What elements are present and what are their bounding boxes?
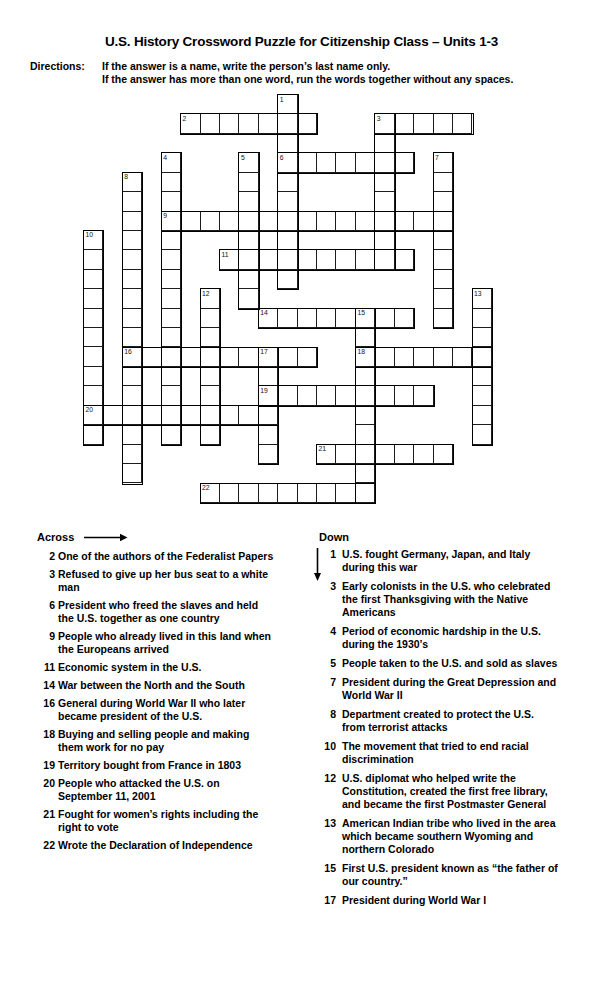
grid-cell-r11c18[interactable] bbox=[434, 309, 453, 328]
clue-number: 8 bbox=[312, 708, 336, 734]
grid-cell-r16c6[interactable] bbox=[201, 406, 220, 425]
grid-cell-r3c8[interactable]: 5 bbox=[239, 153, 258, 172]
grid-cell-r17c0[interactable] bbox=[84, 425, 103, 444]
clue-text: People taken to the U.S. and sold as sla… bbox=[342, 657, 594, 670]
grid-blank bbox=[453, 95, 472, 114]
grid-cell-r17c9[interactable] bbox=[259, 425, 278, 444]
grid-cell-r13c0[interactable] bbox=[84, 347, 103, 366]
clue-number: 3 bbox=[33, 568, 55, 594]
grid-blank bbox=[123, 114, 142, 133]
grid-cell-r10c20[interactable]: 13 bbox=[472, 289, 491, 308]
grid-cell-r15c16[interactable] bbox=[395, 386, 414, 405]
grid-cell-r11c12[interactable] bbox=[317, 309, 336, 328]
grid-cell-r7c2[interactable] bbox=[123, 231, 142, 250]
grid-cell-r3c13[interactable] bbox=[336, 153, 355, 172]
grid-blank bbox=[181, 289, 200, 308]
grid-blank bbox=[336, 367, 355, 386]
grid-cell-r16c14[interactable] bbox=[356, 406, 375, 425]
grid-cell-r17c20[interactable] bbox=[472, 425, 491, 444]
grid-cell-r11c20[interactable] bbox=[472, 309, 491, 328]
grid-cell-r11c16[interactable] bbox=[395, 309, 414, 328]
grid-cell-r14c0[interactable] bbox=[84, 367, 103, 386]
grid-cell-r1c8[interactable] bbox=[239, 114, 258, 133]
grid-blank bbox=[84, 192, 103, 211]
grid-blank bbox=[298, 192, 317, 211]
grid-blank bbox=[336, 231, 355, 250]
grid-cell-r18c18[interactable] bbox=[434, 445, 453, 464]
grid-cell-r13c7[interactable] bbox=[220, 347, 239, 366]
grid-blank bbox=[336, 95, 355, 114]
grid-cell-r8c11[interactable] bbox=[298, 250, 317, 269]
grid-cell-r13c9[interactable]: 17 bbox=[259, 347, 278, 366]
grid-blank bbox=[336, 134, 355, 153]
grid-cell-r1c5[interactable]: 2 bbox=[181, 114, 200, 133]
grid-cell-r5c8[interactable] bbox=[239, 192, 258, 211]
grid-cell-r10c6[interactable]: 12 bbox=[201, 289, 220, 308]
grid-cell-r13c3[interactable] bbox=[142, 347, 161, 366]
grid-cell-r6c14[interactable] bbox=[356, 212, 375, 231]
grid-blank bbox=[278, 445, 297, 464]
clue-text: First U.S. president known as “the fathe… bbox=[342, 862, 594, 888]
grid-cell-r5c4[interactable] bbox=[162, 192, 181, 211]
grid-cell-r15c17[interactable] bbox=[414, 386, 433, 405]
grid-blank bbox=[142, 192, 161, 211]
grid-cell-r17c4[interactable] bbox=[162, 425, 181, 444]
grid-blank bbox=[162, 114, 181, 133]
grid-cell-r9c10[interactable] bbox=[278, 270, 297, 289]
grid-blank bbox=[453, 192, 472, 211]
grid-cell-r7c8[interactable] bbox=[239, 231, 258, 250]
grid-cell-r16c3[interactable] bbox=[142, 406, 161, 425]
grid-cell-r3c4[interactable]: 4 bbox=[162, 153, 181, 172]
grid-blank bbox=[162, 445, 181, 464]
cell-number: 14 bbox=[260, 309, 268, 317]
grid-cell-r11c11[interactable] bbox=[298, 309, 317, 328]
grid-blank bbox=[84, 173, 103, 192]
grid-cell-r13c16[interactable] bbox=[395, 347, 414, 366]
grid-blank bbox=[356, 95, 375, 114]
grid-cell-r11c13[interactable] bbox=[336, 309, 355, 328]
down-clue-1: 1U.S. fought Germany, Japan, and Italy d… bbox=[312, 548, 600, 574]
grid-cell-r14c2[interactable] bbox=[123, 367, 142, 386]
grid-cell-r5c2[interactable] bbox=[123, 192, 142, 211]
grid-cell-r15c4[interactable] bbox=[162, 386, 181, 405]
grid-cell-r20c11[interactable] bbox=[298, 483, 317, 502]
grid-cell-r1c9[interactable] bbox=[259, 114, 278, 133]
grid-cell-r14c9[interactable] bbox=[259, 367, 278, 386]
grid-cell-r13c6[interactable] bbox=[201, 347, 220, 366]
grid-blank bbox=[103, 212, 122, 231]
grid-blank bbox=[278, 328, 297, 347]
across-clue-3: 3Refused to give up her bus seat to a wh… bbox=[33, 568, 301, 594]
grid-blank bbox=[201, 250, 220, 269]
grid-cell-r13c14[interactable]: 18 bbox=[356, 347, 375, 366]
grid-cell-r6c15[interactable] bbox=[375, 212, 394, 231]
grid-blank bbox=[453, 173, 472, 192]
grid-cell-r6c16[interactable] bbox=[395, 212, 414, 231]
grid-blank bbox=[181, 270, 200, 289]
grid-cell-r17c14[interactable] bbox=[356, 425, 375, 444]
grid-cell-r0c10[interactable]: 1 bbox=[278, 95, 297, 114]
grid-blank bbox=[103, 367, 122, 386]
grid-cell-r1c7[interactable] bbox=[220, 114, 239, 133]
grid-blank bbox=[434, 425, 453, 444]
grid-blank bbox=[356, 270, 375, 289]
grid-cell-r9c2[interactable] bbox=[123, 270, 142, 289]
grid-cell-r1c11[interactable] bbox=[298, 114, 317, 133]
grid-blank bbox=[317, 192, 336, 211]
grid-cell-r10c8[interactable] bbox=[239, 289, 258, 308]
grid-cell-r3c10[interactable]: 6 bbox=[278, 153, 297, 172]
grid-cell-r20c9[interactable] bbox=[259, 483, 278, 502]
clue-number: 13 bbox=[312, 817, 336, 856]
grid-blank bbox=[220, 153, 239, 172]
grid-cell-r16c8[interactable] bbox=[239, 406, 258, 425]
grid-cell-r10c18[interactable] bbox=[434, 289, 453, 308]
grid-cell-r15c6[interactable] bbox=[201, 386, 220, 405]
grid-cell-r4c10[interactable] bbox=[278, 173, 297, 192]
grid-blank bbox=[142, 231, 161, 250]
grid-cell-r8c4[interactable] bbox=[162, 250, 181, 269]
grid-cell-r4c8[interactable] bbox=[239, 173, 258, 192]
clue-text: Buying and selling people and making the… bbox=[58, 728, 286, 754]
across-clue-19: 19Territory bought from France in 1803 bbox=[33, 759, 301, 772]
grid-cell-r20c14[interactable] bbox=[356, 483, 375, 502]
grid-cell-r15c9[interactable]: 19 bbox=[259, 386, 278, 405]
grid-blank bbox=[298, 289, 317, 308]
grid-blank bbox=[434, 386, 453, 405]
grid-cell-r20c13[interactable] bbox=[336, 483, 355, 502]
grid-cell-r4c2[interactable]: 8 bbox=[123, 173, 142, 192]
grid-blank bbox=[201, 464, 220, 483]
grid-blank bbox=[414, 153, 433, 172]
grid-cell-r1c16[interactable] bbox=[395, 114, 414, 133]
grid-cell-r13c4[interactable] bbox=[162, 347, 181, 366]
grid-cell-r10c4[interactable] bbox=[162, 289, 181, 308]
grid-cell-r18c14[interactable] bbox=[356, 445, 375, 464]
cell-number: 3 bbox=[377, 115, 381, 123]
grid-blank bbox=[453, 309, 472, 328]
grid-blank bbox=[356, 231, 375, 250]
down-label: Down bbox=[319, 531, 349, 544]
grid-cell-r8c16[interactable] bbox=[395, 250, 414, 269]
grid-blank bbox=[181, 173, 200, 192]
grid-cell-r9c18[interactable] bbox=[434, 270, 453, 289]
grid-cell-r8c10[interactable] bbox=[278, 250, 297, 269]
grid-cell-r16c20[interactable] bbox=[472, 406, 491, 425]
grid-cell-r20c10[interactable] bbox=[278, 483, 297, 502]
grid-cell-r11c10[interactable] bbox=[278, 309, 297, 328]
grid-cell-r3c12[interactable] bbox=[317, 153, 336, 172]
grid-cell-r18c15[interactable] bbox=[375, 445, 394, 464]
grid-blank bbox=[298, 367, 317, 386]
grid-cell-r11c9[interactable]: 14 bbox=[259, 309, 278, 328]
clue-text: President during the Great Depression an… bbox=[342, 676, 594, 702]
grid-cell-r19c14[interactable] bbox=[356, 464, 375, 483]
grid-cell-r18c9[interactable] bbox=[259, 445, 278, 464]
grid-cell-r16c1[interactable] bbox=[103, 406, 122, 425]
across-clues-section: Across 2One of the authors of the Federa… bbox=[33, 531, 301, 857]
cell-number: 8 bbox=[124, 173, 128, 181]
grid-blank bbox=[239, 425, 258, 444]
grid-blank bbox=[317, 134, 336, 153]
grid-cell-r8c9[interactable] bbox=[259, 250, 278, 269]
grid-cell-r14c4[interactable] bbox=[162, 367, 181, 386]
down-clue-3: 3Early colonists in the U.S. who celebra… bbox=[312, 580, 600, 619]
clue-number: 9 bbox=[33, 630, 55, 656]
grid-cell-r13c19[interactable] bbox=[453, 347, 472, 366]
down-clue-4: 4Period of economic hardship in the U.S.… bbox=[312, 625, 600, 651]
clue-number: 6 bbox=[33, 599, 55, 625]
grid-blank bbox=[298, 134, 317, 153]
grid-cell-r6c10[interactable] bbox=[278, 212, 297, 231]
grid-cell-r17c2[interactable] bbox=[123, 425, 142, 444]
clue-number: 16 bbox=[33, 697, 55, 723]
cell-number: 12 bbox=[202, 290, 210, 298]
grid-blank bbox=[395, 134, 414, 153]
grid-blank bbox=[453, 406, 472, 425]
cell-number: 19 bbox=[260, 387, 268, 395]
grid-cell-r13c18[interactable] bbox=[434, 347, 453, 366]
cell-number: 13 bbox=[474, 290, 482, 298]
grid-cell-r14c14[interactable] bbox=[356, 367, 375, 386]
grid-cell-r1c18[interactable] bbox=[434, 114, 453, 133]
grid-cell-r8c7[interactable]: 11 bbox=[220, 250, 239, 269]
grid-cell-r9c8[interactable] bbox=[239, 270, 258, 289]
down-clues-section: Down 1U.S. fought Germany, Japan, and It… bbox=[312, 531, 600, 913]
grid-cell-r8c13[interactable] bbox=[336, 250, 355, 269]
grid-blank bbox=[259, 464, 278, 483]
grid-cell-r11c6[interactable] bbox=[201, 309, 220, 328]
grid-blank bbox=[453, 134, 472, 153]
grid-cell-r6c6[interactable] bbox=[201, 212, 220, 231]
grid-cell-r6c18[interactable] bbox=[434, 212, 453, 231]
grid-cell-r15c0[interactable] bbox=[84, 386, 103, 405]
grid-cell-r14c20[interactable] bbox=[472, 367, 491, 386]
grid-blank bbox=[201, 270, 220, 289]
grid-blank bbox=[472, 134, 491, 153]
grid-cell-r7c4[interactable] bbox=[162, 231, 181, 250]
grid-cell-r12c20[interactable] bbox=[472, 328, 491, 347]
grid-blank bbox=[395, 289, 414, 308]
grid-cell-r11c15[interactable] bbox=[375, 309, 394, 328]
grid-cell-r5c18[interactable] bbox=[434, 192, 453, 211]
grid-cell-r16c2[interactable] bbox=[123, 406, 142, 425]
grid-cell-r18c17[interactable] bbox=[414, 445, 433, 464]
grid-cell-r6c11[interactable] bbox=[298, 212, 317, 231]
grid-cell-r16c7[interactable] bbox=[220, 406, 239, 425]
grid-cell-r2c15[interactable] bbox=[375, 134, 394, 153]
grid-cell-r6c2[interactable] bbox=[123, 212, 142, 231]
grid-cell-r8c2[interactable] bbox=[123, 250, 142, 269]
grid-blank bbox=[336, 173, 355, 192]
grid-cell-r1c10[interactable] bbox=[278, 114, 297, 133]
grid-cell-r3c18[interactable]: 7 bbox=[434, 153, 453, 172]
grid-blank bbox=[472, 464, 491, 483]
grid-blank bbox=[181, 328, 200, 347]
grid-cell-r15c13[interactable] bbox=[336, 386, 355, 405]
grid-cell-r20c12[interactable] bbox=[317, 483, 336, 502]
grid-cell-r10c2[interactable] bbox=[123, 289, 142, 308]
grid-cell-r13c17[interactable] bbox=[414, 347, 433, 366]
grid-cell-r12c0[interactable] bbox=[84, 328, 103, 347]
grid-blank bbox=[414, 328, 433, 347]
grid-blank bbox=[201, 153, 220, 172]
grid-cell-r7c18[interactable] bbox=[434, 231, 453, 250]
grid-cell-r2c10[interactable] bbox=[278, 134, 297, 153]
grid-cell-r16c5[interactable] bbox=[181, 406, 200, 425]
grid-cell-r20c6[interactable]: 22 bbox=[201, 483, 220, 502]
grid-cell-r7c10[interactable] bbox=[278, 231, 297, 250]
grid-cell-r9c4[interactable] bbox=[162, 270, 181, 289]
down-header: Down bbox=[319, 531, 600, 544]
grid-blank bbox=[317, 347, 336, 366]
grid-blank bbox=[453, 153, 472, 172]
grid-cell-r10c0[interactable] bbox=[84, 289, 103, 308]
grid-cell-r13c20[interactable] bbox=[472, 347, 491, 366]
grid-blank bbox=[395, 231, 414, 250]
grid-cell-r13c11[interactable] bbox=[298, 347, 317, 366]
grid-cell-r4c15[interactable] bbox=[375, 173, 394, 192]
grid-cell-r8c12[interactable] bbox=[317, 250, 336, 269]
clue-text: Period of economic hardship in the U.S. … bbox=[342, 625, 594, 651]
grid-cell-r12c2[interactable] bbox=[123, 328, 142, 347]
grid-cell-r5c10[interactable] bbox=[278, 192, 297, 211]
grid-cell-r1c19[interactable] bbox=[453, 114, 472, 133]
grid-blank bbox=[123, 483, 142, 502]
grid-cell-r7c15[interactable] bbox=[375, 231, 394, 250]
grid-cell-r15c20[interactable] bbox=[472, 386, 491, 405]
clue-number: 12 bbox=[312, 772, 336, 811]
grid-blank bbox=[142, 114, 161, 133]
grid-cell-r6c7[interactable] bbox=[220, 212, 239, 231]
grid-cell-r13c2[interactable]: 16 bbox=[123, 347, 142, 366]
grid-blank bbox=[220, 134, 239, 153]
grid-cell-r15c2[interactable] bbox=[123, 386, 142, 405]
clue-text: One of the authors of the Federalist Pap… bbox=[58, 550, 286, 563]
grid-cell-r13c8[interactable] bbox=[239, 347, 258, 366]
grid-cell-r3c16[interactable] bbox=[395, 153, 414, 172]
grid-cell-r6c4[interactable]: 9 bbox=[162, 212, 181, 231]
grid-cell-r15c15[interactable] bbox=[375, 386, 394, 405]
grid-blank bbox=[395, 367, 414, 386]
grid-cell-r3c14[interactable] bbox=[356, 153, 375, 172]
grid-blank bbox=[142, 425, 161, 444]
grid-cell-r8c0[interactable] bbox=[84, 250, 103, 269]
grid-blank bbox=[142, 250, 161, 269]
grid-cell-r15c10[interactable] bbox=[278, 386, 297, 405]
grid-cell-r6c9[interactable] bbox=[259, 212, 278, 231]
grid-cell-r20c7[interactable] bbox=[220, 483, 239, 502]
grid-blank bbox=[239, 328, 258, 347]
grid-cell-r1c6[interactable] bbox=[201, 114, 220, 133]
grid-cell-r11c2[interactable] bbox=[123, 309, 142, 328]
grid-cell-r7c0[interactable]: 10 bbox=[84, 231, 103, 250]
across-clue-16: 16General during World War II who later … bbox=[33, 697, 301, 723]
clue-text: Economic system in the U.S. bbox=[58, 661, 286, 674]
grid-cell-r12c6[interactable] bbox=[201, 328, 220, 347]
grid-cell-r13c10[interactable] bbox=[278, 347, 297, 366]
grid-blank bbox=[239, 464, 258, 483]
grid-cell-r8c14[interactable] bbox=[356, 250, 375, 269]
cell-number: 1 bbox=[280, 96, 284, 104]
grid-cell-r6c13[interactable] bbox=[336, 212, 355, 231]
grid-blank bbox=[414, 192, 433, 211]
grid-cell-r4c4[interactable] bbox=[162, 173, 181, 192]
down-clue-13: 13American Indian tribe who lived in the… bbox=[312, 817, 600, 856]
grid-cell-r11c0[interactable] bbox=[84, 309, 103, 328]
grid-cell-r20c8[interactable] bbox=[239, 483, 258, 502]
grid-cell-r5c15[interactable] bbox=[375, 192, 394, 211]
directions-text: If the answer is a name, write the perso… bbox=[102, 60, 513, 86]
grid-cell-r16c0[interactable]: 20 bbox=[84, 406, 103, 425]
grid-cell-r16c9[interactable] bbox=[259, 406, 278, 425]
grid-cell-r9c0[interactable] bbox=[84, 270, 103, 289]
grid-cell-r14c6[interactable] bbox=[201, 367, 220, 386]
grid-cell-r18c12[interactable]: 21 bbox=[317, 445, 336, 464]
grid-cell-r13c5[interactable] bbox=[181, 347, 200, 366]
grid-cell-r13c15[interactable] bbox=[375, 347, 394, 366]
grid-blank bbox=[278, 464, 297, 483]
grid-cell-r6c5[interactable] bbox=[181, 212, 200, 231]
grid-cell-r12c4[interactable] bbox=[162, 328, 181, 347]
grid-cell-r1c15[interactable]: 3 bbox=[375, 114, 394, 133]
grid-blank bbox=[375, 483, 394, 502]
grid-cell-r3c15[interactable] bbox=[375, 153, 394, 172]
grid-cell-r6c12[interactable] bbox=[317, 212, 336, 231]
grid-cell-r16c4[interactable] bbox=[162, 406, 181, 425]
grid-blank bbox=[181, 134, 200, 153]
grid-blank bbox=[395, 425, 414, 444]
grid-cell-r12c14[interactable] bbox=[356, 328, 375, 347]
grid-blank bbox=[395, 464, 414, 483]
grid-blank bbox=[414, 250, 433, 269]
grid-cell-r4c18[interactable] bbox=[434, 173, 453, 192]
grid-cell-r1c17[interactable] bbox=[414, 114, 433, 133]
grid-blank bbox=[142, 212, 161, 231]
grid-cell-r11c14[interactable]: 15 bbox=[356, 309, 375, 328]
grid-blank bbox=[414, 289, 433, 308]
grid-blank bbox=[317, 328, 336, 347]
grid-cell-r8c18[interactable] bbox=[434, 250, 453, 269]
grid-blank bbox=[103, 445, 122, 464]
grid-blank bbox=[103, 347, 122, 366]
grid-blank bbox=[472, 173, 491, 192]
clue-text: Department created to protect the U.S. f… bbox=[342, 708, 594, 734]
grid-cell-r6c8[interactable] bbox=[239, 212, 258, 231]
grid-blank bbox=[434, 367, 453, 386]
grid-cell-r18c2[interactable] bbox=[123, 445, 142, 464]
grid-blank bbox=[414, 406, 433, 425]
grid-cell-r3c11[interactable] bbox=[298, 153, 317, 172]
grid-cell-r8c15[interactable] bbox=[375, 250, 394, 269]
grid-cell-r15c12[interactable] bbox=[317, 386, 336, 405]
grid-cell-r11c4[interactable] bbox=[162, 309, 181, 328]
grid-blank bbox=[239, 309, 258, 328]
grid-blank bbox=[453, 464, 472, 483]
grid-cell-r19c2[interactable] bbox=[123, 464, 142, 483]
grid-cell-r17c6[interactable] bbox=[201, 425, 220, 444]
grid-blank bbox=[259, 134, 278, 153]
grid-cell-r15c14[interactable] bbox=[356, 386, 375, 405]
grid-cell-r15c11[interactable] bbox=[298, 386, 317, 405]
grid-cell-r8c8[interactable] bbox=[239, 250, 258, 269]
grid-cell-r6c17[interactable] bbox=[414, 212, 433, 231]
grid-blank bbox=[472, 114, 491, 133]
grid-cell-r18c16[interactable] bbox=[395, 445, 414, 464]
grid-cell-r18c13[interactable] bbox=[336, 445, 355, 464]
clue-text: Fought for women’s rights including the … bbox=[58, 808, 286, 834]
